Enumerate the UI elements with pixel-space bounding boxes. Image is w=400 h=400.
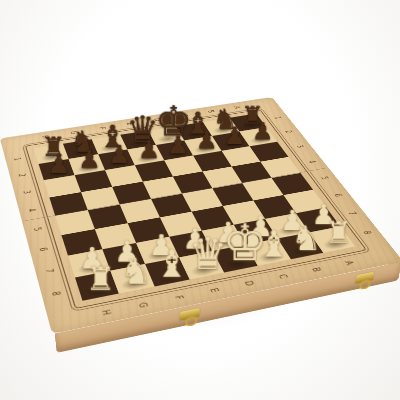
coordinate-label: 8 xyxy=(36,283,77,303)
coordinate-label: D xyxy=(232,270,266,297)
piece-shadow xyxy=(40,152,65,163)
coordinate-label: A xyxy=(224,100,250,116)
coordinate-label: F xyxy=(163,284,196,312)
coordinate-label: 6 xyxy=(24,240,62,258)
coordinate-label: H xyxy=(90,298,122,328)
piece-shadow xyxy=(275,223,305,237)
square-h6 xyxy=(61,229,102,256)
coordinate-label: E xyxy=(198,277,232,305)
product-photo-stage: HGFEDCBA HGFEDCBA 12345678 12345678 ♜♞♝♛… xyxy=(0,0,400,400)
clasp-ring-icon xyxy=(186,315,198,327)
folding-chess-case: HGFEDCBA HGFEDCBA 12345678 12345678 ♜♞♝♛… xyxy=(0,97,400,334)
perspective-scene: HGFEDCBA HGFEDCBA 12345678 12345678 ♜♞♝♛… xyxy=(22,34,342,354)
coordinate-label: H xyxy=(34,128,57,145)
coordinate-label: F xyxy=(90,120,114,137)
coordinate-label: C xyxy=(266,263,301,290)
coordinate-label: 8 xyxy=(347,224,386,241)
coordinate-label: 2 xyxy=(5,168,39,182)
coordinate-label: B xyxy=(198,104,223,120)
piece-shadow xyxy=(243,229,273,243)
clasp-ring-icon xyxy=(359,279,371,291)
coordinate-label: C xyxy=(172,108,197,124)
coordinate-label: E xyxy=(118,116,142,133)
coordinate-label: G xyxy=(127,291,159,320)
coordinate-label: 7 xyxy=(30,261,69,280)
coordinate-label: 3 xyxy=(9,185,44,200)
coordinate-label: 5 xyxy=(19,221,56,238)
coordinate-label: D xyxy=(145,112,170,128)
coordinate-label: 1 xyxy=(1,152,34,166)
